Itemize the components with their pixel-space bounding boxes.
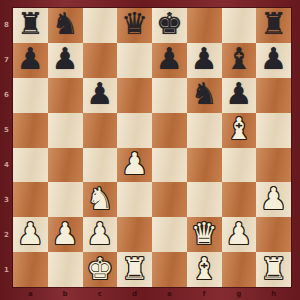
square-d1[interactable]: ♜ bbox=[117, 252, 152, 287]
square-d4[interactable]: ♟ bbox=[117, 148, 152, 183]
square-c5[interactable] bbox=[83, 113, 118, 148]
square-f2[interactable]: ♛ bbox=[187, 217, 222, 252]
white-pawn-icon[interactable]: ♟ bbox=[86, 219, 113, 249]
square-b4[interactable] bbox=[48, 148, 83, 183]
rank-labels: 87654321 bbox=[0, 8, 13, 287]
black-pawn-icon[interactable]: ♟ bbox=[225, 79, 252, 109]
rank-label-7: 7 bbox=[0, 43, 13, 78]
square-b7[interactable]: ♟ bbox=[48, 43, 83, 78]
square-f7[interactable]: ♟ bbox=[187, 43, 222, 78]
black-pawn-icon[interactable]: ♟ bbox=[52, 44, 79, 74]
square-h5[interactable] bbox=[256, 113, 291, 148]
square-a1[interactable] bbox=[13, 252, 48, 287]
square-f8[interactable] bbox=[187, 8, 222, 43]
white-queen-icon[interactable]: ♛ bbox=[191, 219, 218, 249]
square-e5[interactable] bbox=[152, 113, 187, 148]
square-c7[interactable] bbox=[83, 43, 118, 78]
white-rook-icon[interactable]: ♜ bbox=[260, 254, 287, 284]
square-h1[interactable]: ♜ bbox=[256, 252, 291, 287]
square-h7[interactable]: ♟ bbox=[256, 43, 291, 78]
square-d8[interactable]: ♛ bbox=[117, 8, 152, 43]
black-queen-icon[interactable]: ♛ bbox=[121, 9, 148, 39]
square-d3[interactable] bbox=[117, 182, 152, 217]
file-label-g: g bbox=[222, 287, 257, 300]
square-e2[interactable] bbox=[152, 217, 187, 252]
square-d7[interactable] bbox=[117, 43, 152, 78]
white-rook-icon[interactable]: ♜ bbox=[121, 254, 148, 284]
black-knight-icon[interactable]: ♞ bbox=[191, 79, 218, 109]
square-h3[interactable]: ♟ bbox=[256, 182, 291, 217]
square-e7[interactable]: ♟ bbox=[152, 43, 187, 78]
file-label-d: d bbox=[117, 287, 152, 300]
square-h8[interactable]: ♜ bbox=[256, 8, 291, 43]
square-g8[interactable] bbox=[222, 8, 257, 43]
black-pawn-icon[interactable]: ♟ bbox=[86, 79, 113, 109]
rank-label-1: 1 bbox=[0, 252, 13, 287]
file-label-h: h bbox=[256, 287, 291, 300]
square-c8[interactable] bbox=[83, 8, 118, 43]
square-f3[interactable] bbox=[187, 182, 222, 217]
file-label-b: b bbox=[48, 287, 83, 300]
square-c2[interactable]: ♟ bbox=[83, 217, 118, 252]
square-b8[interactable]: ♞ bbox=[48, 8, 83, 43]
chess-board: ♜♞♛♚♜♟♟♟♟♝♟♟♞♟♝♟♞♟♟♟♟♛♟♚♜♝♜ bbox=[13, 8, 291, 287]
square-e4[interactable] bbox=[152, 148, 187, 183]
white-pawn-icon[interactable]: ♟ bbox=[121, 149, 148, 179]
square-f1[interactable]: ♝ bbox=[187, 252, 222, 287]
file-label-a: a bbox=[13, 287, 48, 300]
black-pawn-icon[interactable]: ♟ bbox=[260, 44, 287, 74]
white-pawn-icon[interactable]: ♟ bbox=[17, 219, 44, 249]
square-b1[interactable] bbox=[48, 252, 83, 287]
white-bishop-icon[interactable]: ♝ bbox=[191, 254, 218, 284]
square-a7[interactable]: ♟ bbox=[13, 43, 48, 78]
square-h2[interactable] bbox=[256, 217, 291, 252]
square-g4[interactable] bbox=[222, 148, 257, 183]
square-d5[interactable] bbox=[117, 113, 152, 148]
white-pawn-icon[interactable]: ♟ bbox=[225, 219, 252, 249]
square-a4[interactable] bbox=[13, 148, 48, 183]
chess-board-frame: 87654321 ♜♞♛♚♜♟♟♟♟♝♟♟♞♟♝♟♞♟♟♟♟♛♟♚♜♝♜ abc… bbox=[0, 0, 300, 300]
square-b6[interactable] bbox=[48, 78, 83, 113]
square-a8[interactable]: ♜ bbox=[13, 8, 48, 43]
file-label-c: c bbox=[83, 287, 118, 300]
black-king-icon[interactable]: ♚ bbox=[156, 9, 183, 39]
square-h6[interactable] bbox=[256, 78, 291, 113]
square-d2[interactable] bbox=[117, 217, 152, 252]
square-g7[interactable]: ♝ bbox=[222, 43, 257, 78]
white-pawn-icon[interactable]: ♟ bbox=[260, 184, 287, 214]
square-c3[interactable]: ♞ bbox=[83, 182, 118, 217]
square-a5[interactable] bbox=[13, 113, 48, 148]
square-c1[interactable]: ♚ bbox=[83, 252, 118, 287]
square-c4[interactable] bbox=[83, 148, 118, 183]
white-knight-icon[interactable]: ♞ bbox=[86, 184, 113, 214]
square-g6[interactable]: ♟ bbox=[222, 78, 257, 113]
rank-label-4: 4 bbox=[0, 148, 13, 183]
square-f4[interactable] bbox=[187, 148, 222, 183]
square-g1[interactable] bbox=[222, 252, 257, 287]
black-rook-icon[interactable]: ♜ bbox=[17, 9, 44, 39]
square-g5[interactable]: ♝ bbox=[222, 113, 257, 148]
square-a3[interactable] bbox=[13, 182, 48, 217]
black-pawn-icon[interactable]: ♟ bbox=[191, 44, 218, 74]
square-f5[interactable] bbox=[187, 113, 222, 148]
black-pawn-icon[interactable]: ♟ bbox=[17, 44, 44, 74]
square-b3[interactable] bbox=[48, 182, 83, 217]
white-pawn-icon[interactable]: ♟ bbox=[52, 219, 79, 249]
square-c6[interactable]: ♟ bbox=[83, 78, 118, 113]
square-a2[interactable]: ♟ bbox=[13, 217, 48, 252]
square-g3[interactable] bbox=[222, 182, 257, 217]
square-h4[interactable] bbox=[256, 148, 291, 183]
black-rook-icon[interactable]: ♜ bbox=[260, 9, 287, 39]
file-labels: abcdefgh bbox=[13, 287, 291, 300]
black-knight-icon[interactable]: ♞ bbox=[52, 9, 79, 39]
square-f6[interactable]: ♞ bbox=[187, 78, 222, 113]
black-bishop-icon[interactable]: ♝ bbox=[225, 44, 252, 74]
white-king-icon[interactable]: ♚ bbox=[86, 254, 113, 284]
square-d6[interactable] bbox=[117, 78, 152, 113]
square-e1[interactable] bbox=[152, 252, 187, 287]
square-a6[interactable] bbox=[13, 78, 48, 113]
file-label-e: e bbox=[152, 287, 187, 300]
square-e3[interactable] bbox=[152, 182, 187, 217]
square-g2[interactable]: ♟ bbox=[222, 217, 257, 252]
file-label-f: f bbox=[187, 287, 222, 300]
square-e6[interactable] bbox=[152, 78, 187, 113]
white-bishop-icon[interactable]: ♝ bbox=[225, 114, 252, 144]
square-b2[interactable]: ♟ bbox=[48, 217, 83, 252]
rank-label-6: 6 bbox=[0, 78, 13, 113]
rank-label-3: 3 bbox=[0, 182, 13, 217]
rank-label-2: 2 bbox=[0, 217, 13, 252]
square-e8[interactable]: ♚ bbox=[152, 8, 187, 43]
square-b5[interactable] bbox=[48, 113, 83, 148]
rank-label-5: 5 bbox=[0, 113, 13, 148]
black-pawn-icon[interactable]: ♟ bbox=[156, 44, 183, 74]
rank-label-8: 8 bbox=[0, 8, 13, 43]
